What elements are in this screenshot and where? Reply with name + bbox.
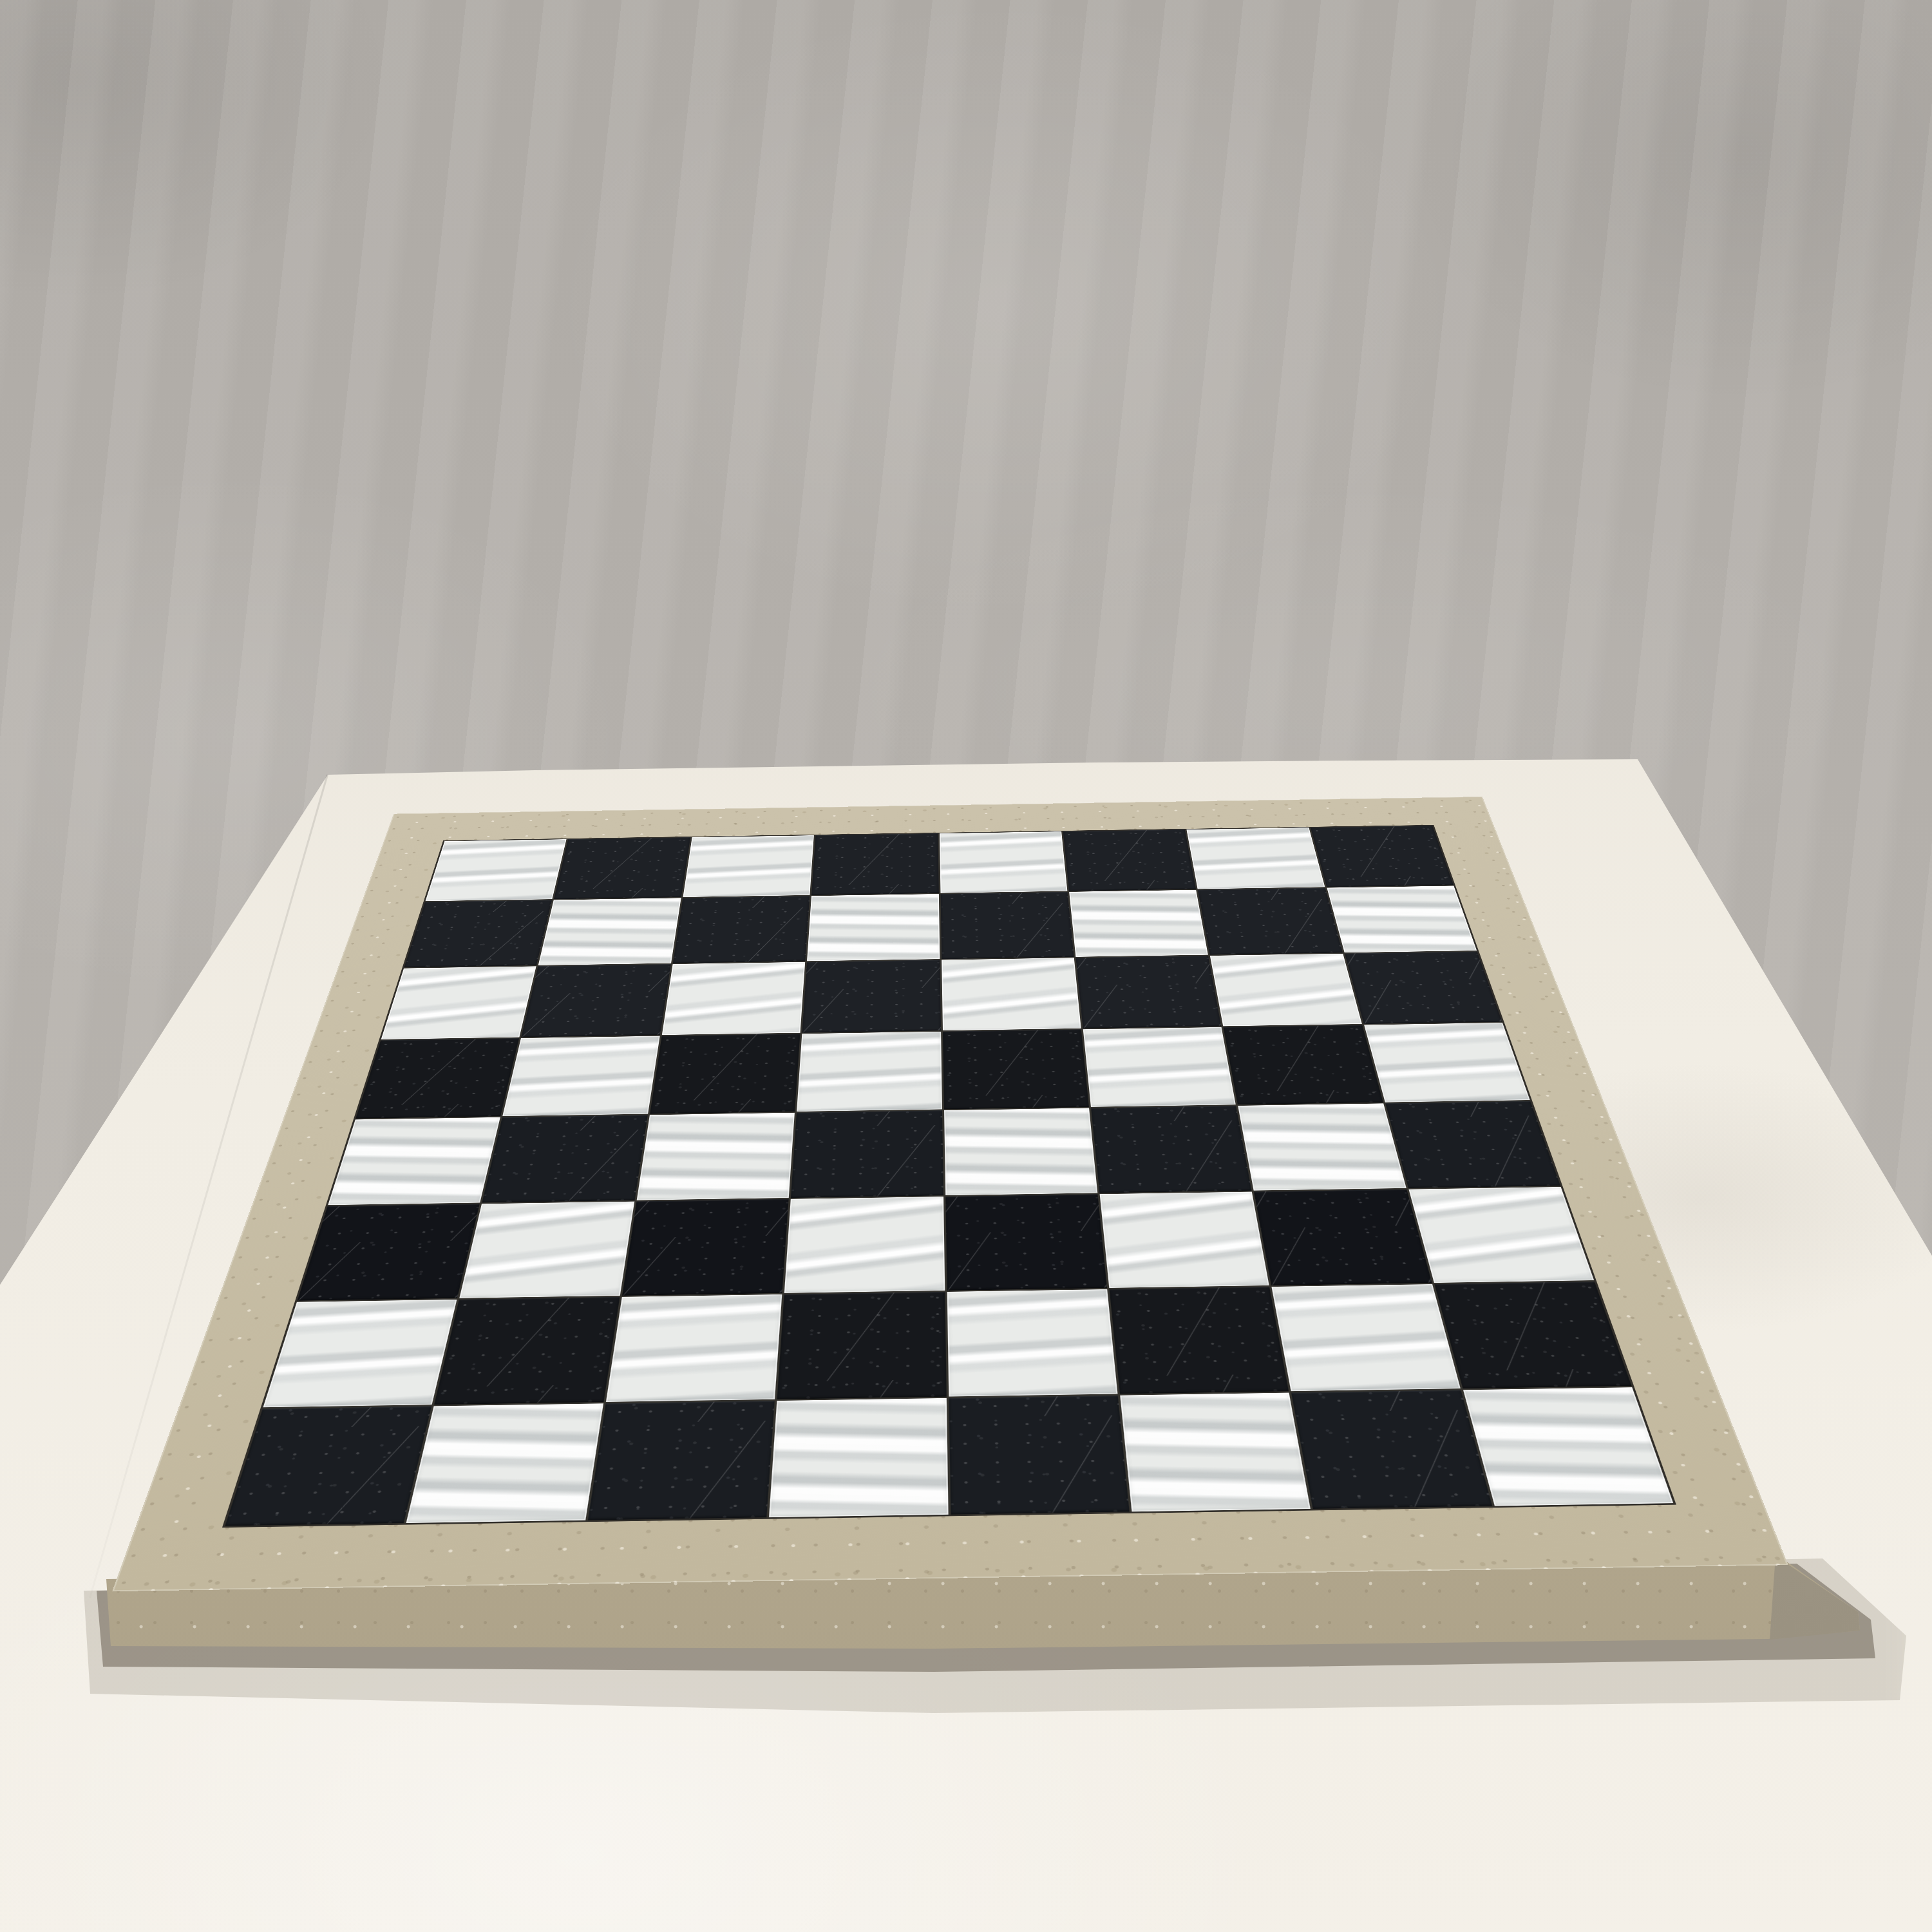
square-d8	[811, 833, 938, 895]
scene	[0, 0, 1932, 1932]
square-a3	[298, 1204, 480, 1301]
square-d1	[769, 1398, 948, 1518]
square-c3	[622, 1199, 789, 1296]
square-f4	[1091, 1106, 1252, 1193]
square-a7	[404, 900, 553, 967]
square-h1	[1463, 1387, 1673, 1506]
square-h3	[1408, 1187, 1594, 1283]
square-h7	[1327, 886, 1477, 952]
square-h8	[1311, 826, 1454, 887]
square-b1	[406, 1403, 603, 1523]
square-h6	[1345, 951, 1502, 1024]
square-f2	[1109, 1287, 1289, 1394]
square-f8	[1063, 829, 1197, 891]
square-d7	[807, 894, 940, 961]
square-g6	[1210, 954, 1361, 1027]
square-g4	[1238, 1103, 1406, 1190]
square-a4	[328, 1117, 500, 1206]
square-f7	[1069, 890, 1208, 957]
square-g2	[1272, 1284, 1461, 1391]
square-b8	[554, 837, 690, 899]
square-g1	[1291, 1390, 1492, 1509]
square-g3	[1254, 1189, 1432, 1285]
square-f6	[1075, 956, 1221, 1028]
square-d6	[802, 960, 941, 1032]
square-c8	[683, 835, 814, 897]
square-e8	[940, 831, 1068, 893]
square-f3	[1099, 1191, 1269, 1288]
square-e2	[947, 1289, 1117, 1396]
square-e5	[943, 1029, 1089, 1109]
square-h5	[1364, 1023, 1530, 1102]
square-f5	[1083, 1027, 1236, 1107]
square-d4	[791, 1110, 943, 1198]
chessboard	[112, 797, 1788, 1591]
square-b5	[503, 1036, 660, 1116]
square-d5	[797, 1032, 942, 1112]
square-h2	[1434, 1282, 1631, 1388]
square-c4	[636, 1112, 795, 1200]
board-grid	[222, 825, 1676, 1528]
square-c6	[662, 962, 806, 1035]
board-tilt-wrapper	[0, 0, 1932, 1932]
square-a1	[225, 1406, 431, 1526]
square-d2	[777, 1292, 947, 1399]
square-g5	[1224, 1025, 1383, 1104]
square-g7	[1198, 888, 1343, 955]
square-g8	[1187, 828, 1325, 889]
square-b6	[522, 964, 671, 1037]
square-b3	[460, 1202, 634, 1298]
square-c2	[606, 1294, 782, 1402]
square-e7	[940, 892, 1074, 959]
square-e1	[949, 1395, 1130, 1514]
square-e4	[944, 1108, 1098, 1195]
square-h4	[1385, 1101, 1560, 1188]
square-b7	[538, 898, 681, 965]
square-b2	[435, 1297, 620, 1405]
square-a8	[425, 839, 566, 901]
square-a2	[263, 1300, 457, 1407]
square-c7	[673, 896, 810, 963]
square-c5	[650, 1034, 800, 1113]
square-c1	[588, 1401, 775, 1520]
square-b4	[482, 1115, 648, 1202]
square-d3	[784, 1197, 945, 1293]
square-e6	[942, 958, 1081, 1030]
square-a6	[381, 966, 536, 1039]
square-f1	[1120, 1392, 1311, 1511]
square-a5	[355, 1038, 519, 1118]
square-e3	[945, 1194, 1107, 1291]
